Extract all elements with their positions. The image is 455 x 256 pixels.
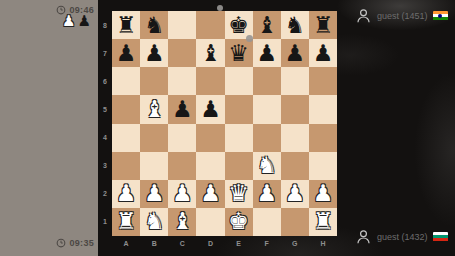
square-g3[interactable] (281, 152, 309, 180)
white-piece: ♞ (256, 154, 277, 177)
avatar-icon (355, 7, 372, 24)
bottom-player-name: guest (1432) (377, 232, 428, 242)
black-piece: ♛ (228, 42, 249, 65)
square-e4[interactable] (225, 124, 253, 152)
captured-pieces: ♟♟ (62, 14, 91, 29)
square-f3[interactable]: ♞ (253, 152, 281, 180)
file-label-b: B (140, 237, 168, 249)
square-h3[interactable] (309, 152, 337, 180)
chess-game-screen: 09:46 ♟♟ 09:35 87654321 ♜♞♚♝♞♜♟♟♝♛♟♟♟♝♟♟… (0, 0, 455, 256)
square-h8[interactable]: ♜ (309, 11, 337, 39)
white-piece: ♟ (313, 182, 334, 205)
file-label-a: A (112, 237, 140, 249)
square-d1[interactable] (196, 208, 224, 236)
rank-label-6: 6 (98, 67, 112, 95)
black-piece: ♜ (116, 14, 137, 37)
square-f8[interactable]: ♝ (253, 11, 281, 39)
square-g7[interactable]: ♟ (281, 39, 309, 67)
white-piece: ♜ (116, 210, 137, 233)
square-d3[interactable] (196, 152, 224, 180)
rank-label-3: 3 (98, 152, 112, 180)
black-piece: ♝ (200, 42, 221, 65)
square-b7[interactable]: ♟ (140, 39, 168, 67)
square-e1[interactable]: ♚ (225, 208, 253, 236)
square-b6[interactable] (140, 67, 168, 95)
white-piece: ♟ (200, 182, 221, 205)
black-piece: ♟ (116, 42, 137, 65)
captured-white-pawn: ♟ (62, 14, 75, 29)
white-piece: ♜ (313, 210, 334, 233)
square-h2[interactable]: ♟ (309, 180, 337, 208)
square-f6[interactable] (253, 67, 281, 95)
rank-label-1: 1 (98, 208, 112, 236)
square-f5[interactable] (253, 95, 281, 123)
square-c6[interactable] (168, 67, 196, 95)
black-piece: ♞ (144, 14, 165, 37)
file-label-e: E (225, 237, 253, 249)
square-b4[interactable] (140, 124, 168, 152)
square-f7[interactable]: ♟ (253, 39, 281, 67)
square-a6[interactable] (112, 67, 140, 95)
square-b1[interactable]: ♞ (140, 208, 168, 236)
bottom-player[interactable]: guest (1432) (355, 228, 448, 245)
square-d7[interactable]: ♝ (196, 39, 224, 67)
black-piece: ♟ (256, 42, 277, 65)
white-piece: ♟ (172, 182, 193, 205)
square-a3[interactable] (112, 152, 140, 180)
square-e5[interactable] (225, 95, 253, 123)
square-e6[interactable] (225, 67, 253, 95)
square-d6[interactable] (196, 67, 224, 95)
square-a7[interactable]: ♟ (112, 39, 140, 67)
white-piece: ♝ (172, 210, 193, 233)
square-c5[interactable]: ♟ (168, 95, 196, 123)
square-a8[interactable]: ♜ (112, 11, 140, 39)
rank-labels: 87654321 (98, 11, 112, 236)
rank-label-8: 8 (98, 11, 112, 39)
india-flag-icon (433, 11, 448, 21)
square-b5[interactable]: ♝ (140, 95, 168, 123)
bulgaria-flag-icon (433, 232, 448, 242)
black-piece: ♟ (313, 42, 334, 65)
square-b2[interactable]: ♟ (140, 180, 168, 208)
flag-stripe (433, 17, 448, 20)
square-g5[interactable] (281, 95, 309, 123)
bottom-clock: 09:35 (56, 238, 94, 248)
square-f1[interactable] (253, 208, 281, 236)
top-player[interactable]: guest (1451) (355, 7, 448, 24)
move-hint-dot (246, 35, 253, 42)
square-b8[interactable]: ♞ (140, 11, 168, 39)
white-piece: ♛ (228, 182, 249, 205)
square-g6[interactable] (281, 67, 309, 95)
top-player-name: guest (1451) (377, 11, 428, 21)
square-c2[interactable]: ♟ (168, 180, 196, 208)
square-c1[interactable]: ♝ (168, 208, 196, 236)
black-piece: ♟ (285, 42, 306, 65)
square-e2[interactable]: ♛ (225, 180, 253, 208)
rank-label-7: 7 (98, 39, 112, 67)
chess-board: ♜♞♚♝♞♜♟♟♝♛♟♟♟♝♟♟♞♟♟♟♟♛♟♟♟♜♞♝♚♜ (112, 11, 337, 236)
white-piece: ♟ (285, 182, 306, 205)
white-piece: ♞ (144, 210, 165, 233)
square-d8[interactable] (196, 11, 224, 39)
clock-icon (56, 238, 66, 248)
file-labels: ABCDEFGH (112, 237, 337, 249)
square-e7[interactable]: ♛ (225, 39, 253, 67)
square-a4[interactable] (112, 124, 140, 152)
rank-label-4: 4 (98, 124, 112, 152)
file-label-g: G (281, 237, 309, 249)
bottom-clock-time: 09:35 (69, 238, 94, 248)
square-c8[interactable] (168, 11, 196, 39)
black-piece: ♚ (228, 14, 249, 37)
white-piece: ♚ (228, 210, 249, 233)
square-c7[interactable] (168, 39, 196, 67)
square-c4[interactable] (168, 124, 196, 152)
square-b3[interactable] (140, 152, 168, 180)
square-h1[interactable]: ♜ (309, 208, 337, 236)
black-piece: ♟ (200, 98, 221, 121)
rank-label-5: 5 (98, 95, 112, 123)
captured-black-pawn: ♟ (78, 14, 91, 29)
move-hint-dot (217, 5, 223, 11)
side-panel: 09:46 ♟♟ 09:35 (0, 0, 98, 256)
file-label-d: D (196, 237, 224, 249)
file-label-c: C (168, 237, 196, 249)
file-label-f: F (253, 237, 281, 249)
square-f2[interactable]: ♟ (253, 180, 281, 208)
avatar-icon (355, 228, 372, 245)
black-piece: ♝ (256, 14, 277, 37)
black-piece: ♟ (172, 98, 193, 121)
white-piece: ♝ (144, 98, 165, 121)
file-label-h: H (309, 237, 337, 249)
square-h5[interactable] (309, 95, 337, 123)
white-piece: ♟ (144, 182, 165, 205)
square-f4[interactable] (253, 124, 281, 152)
square-g8[interactable]: ♞ (281, 11, 309, 39)
square-c3[interactable] (168, 152, 196, 180)
square-h7[interactable]: ♟ (309, 39, 337, 67)
square-g4[interactable] (281, 124, 309, 152)
rank-label-2: 2 (98, 180, 112, 208)
black-piece: ♜ (313, 14, 334, 37)
square-g2[interactable]: ♟ (281, 180, 309, 208)
square-d2[interactable]: ♟ (196, 180, 224, 208)
square-a1[interactable]: ♜ (112, 208, 140, 236)
square-e3[interactable] (225, 152, 253, 180)
square-d5[interactable]: ♟ (196, 95, 224, 123)
white-piece: ♟ (256, 182, 277, 205)
flag-emblem (438, 14, 442, 18)
square-a2[interactable]: ♟ (112, 180, 140, 208)
square-d4[interactable] (196, 124, 224, 152)
flag-stripe (433, 238, 448, 241)
square-a5[interactable] (112, 95, 140, 123)
square-h4[interactable] (309, 124, 337, 152)
square-g1[interactable] (281, 208, 309, 236)
black-piece: ♟ (144, 42, 165, 65)
black-piece: ♞ (285, 14, 306, 37)
square-h6[interactable] (309, 67, 337, 95)
white-piece: ♟ (116, 182, 137, 205)
